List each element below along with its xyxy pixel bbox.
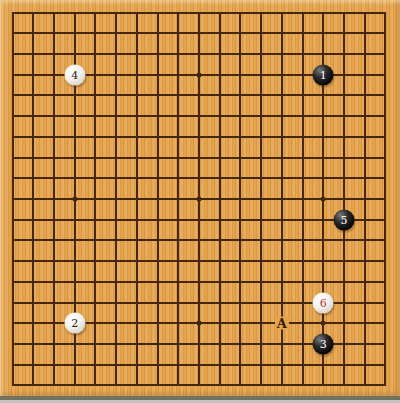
star-point bbox=[72, 196, 77, 201]
grid-line-vertical bbox=[364, 12, 366, 387]
grid-line-horizontal bbox=[12, 281, 387, 283]
grid-line-horizontal bbox=[12, 260, 387, 262]
star-point bbox=[321, 196, 326, 201]
grid-line-horizontal bbox=[12, 239, 387, 241]
grid-line-horizontal bbox=[12, 384, 387, 386]
stone-white-4-D16: 4 bbox=[64, 64, 85, 85]
stone-white-6-Q5: 6 bbox=[313, 292, 334, 313]
grid-line-vertical bbox=[343, 12, 345, 387]
go-diagram-window: 123456A bbox=[0, 0, 400, 403]
move-number: 5 bbox=[341, 214, 348, 225]
stone-white-2-D4: 2 bbox=[64, 313, 85, 334]
star-point bbox=[196, 196, 201, 201]
variation-label-O4: A bbox=[275, 317, 289, 330]
stone-black-1-Q16: 1 bbox=[313, 64, 334, 85]
grid-line-vertical bbox=[302, 12, 304, 387]
stone-black-3-Q3: 3 bbox=[313, 334, 334, 355]
star-point bbox=[196, 321, 201, 326]
move-number: 2 bbox=[71, 318, 78, 329]
move-number: 3 bbox=[320, 339, 327, 350]
move-number: 1 bbox=[320, 69, 327, 80]
star-point bbox=[321, 321, 326, 326]
grid-line-vertical bbox=[239, 12, 241, 387]
star-point bbox=[196, 72, 201, 77]
move-number: 6 bbox=[320, 297, 327, 308]
grid-line-horizontal bbox=[12, 219, 387, 221]
grid-line-vertical bbox=[219, 12, 221, 387]
go-board[interactable]: 123456A bbox=[0, 0, 400, 396]
grid-line-vertical bbox=[260, 12, 262, 387]
grid-line-vertical bbox=[384, 12, 386, 387]
move-number: 4 bbox=[71, 69, 78, 80]
stone-black-5-R9: 5 bbox=[334, 209, 355, 230]
grid-line-horizontal bbox=[12, 364, 387, 366]
